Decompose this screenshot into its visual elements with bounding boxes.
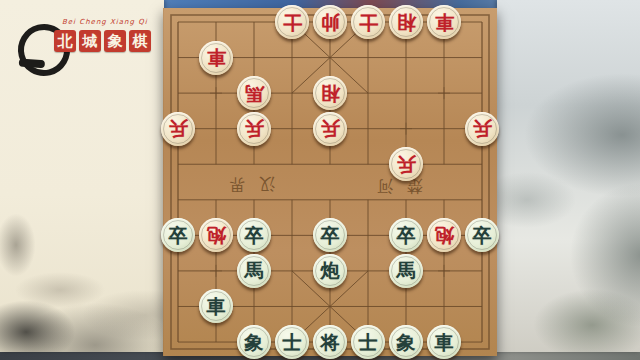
piece-character: 兵 bbox=[169, 119, 188, 138]
piece-character: 卒 bbox=[397, 226, 416, 245]
piece-character: 車 bbox=[435, 333, 454, 352]
piece-red-帅: 帅 bbox=[313, 5, 347, 39]
piece-red-士: 士 bbox=[351, 5, 385, 39]
piece-character: 士 bbox=[283, 13, 302, 32]
piece-character: 馬 bbox=[397, 261, 416, 280]
right-ink-painting-banner bbox=[497, 0, 640, 352]
piece-character: 車 bbox=[207, 297, 226, 316]
piece-character: 士 bbox=[359, 333, 378, 352]
piece-character: 卒 bbox=[473, 226, 492, 245]
piece-character: 象 bbox=[245, 333, 264, 352]
piece-character: 炮 bbox=[321, 261, 340, 280]
piece-black-炮: 炮 bbox=[313, 254, 347, 288]
piece-red-兵: 兵 bbox=[313, 112, 347, 146]
piece-black-馬: 馬 bbox=[237, 254, 271, 288]
piece-character: 象 bbox=[397, 333, 416, 352]
piece-character: 兵 bbox=[245, 119, 264, 138]
piece-black-象: 象 bbox=[389, 325, 423, 359]
channel-name-seals: 北 城 象 棋 bbox=[54, 30, 151, 52]
piece-red-車: 車 bbox=[199, 41, 233, 75]
piece-character: 卒 bbox=[321, 226, 340, 245]
piece-character: 車 bbox=[435, 13, 454, 32]
piece-red-相: 相 bbox=[389, 5, 423, 39]
river-text-left: 汉界 bbox=[215, 173, 275, 194]
piece-character: 卒 bbox=[169, 226, 188, 245]
piece-black-馬: 馬 bbox=[389, 254, 423, 288]
piece-red-兵: 兵 bbox=[237, 112, 271, 146]
piece-black-将: 将 bbox=[313, 325, 347, 359]
piece-character: 相 bbox=[397, 13, 416, 32]
seal-char: 象 bbox=[104, 30, 126, 52]
piece-red-兵: 兵 bbox=[465, 112, 499, 146]
piece-character: 兵 bbox=[473, 119, 492, 138]
piece-character: 士 bbox=[283, 333, 302, 352]
piece-character: 兵 bbox=[397, 155, 416, 174]
piece-red-馬: 馬 bbox=[237, 76, 271, 110]
piece-red-兵: 兵 bbox=[389, 147, 423, 181]
piece-black-士: 士 bbox=[275, 325, 309, 359]
xiangqi-board: 汉界 楚河 士帅士相車車馬相兵兵兵兵兵炮炮卒卒卒卒卒馬炮馬車象士将士象車 bbox=[163, 8, 497, 356]
piece-red-士: 士 bbox=[275, 5, 309, 39]
seal-char: 城 bbox=[79, 30, 101, 52]
piece-black-象: 象 bbox=[237, 325, 271, 359]
seal-char: 棋 bbox=[129, 30, 151, 52]
piece-red-兵: 兵 bbox=[161, 112, 195, 146]
piece-character: 炮 bbox=[207, 226, 226, 245]
piece-red-車: 車 bbox=[427, 5, 461, 39]
piece-character: 馬 bbox=[245, 84, 264, 103]
piece-character: 将 bbox=[321, 333, 340, 352]
piece-black-車: 車 bbox=[427, 325, 461, 359]
video-frame: Bei Cheng Xiang Qi 北 城 象 棋 汉界 楚河 士帅士相車車馬… bbox=[0, 0, 640, 360]
piece-character: 相 bbox=[321, 84, 340, 103]
piece-character: 卒 bbox=[245, 226, 264, 245]
piece-character: 炮 bbox=[435, 226, 454, 245]
seal-char: 北 bbox=[54, 30, 76, 52]
channel-script-text: Bei Cheng Xiang Qi bbox=[62, 18, 152, 26]
piece-black-士: 士 bbox=[351, 325, 385, 359]
piece-character: 馬 bbox=[245, 261, 264, 280]
piece-character: 車 bbox=[207, 48, 226, 67]
piece-character: 士 bbox=[359, 13, 378, 32]
piece-character: 帅 bbox=[321, 13, 340, 32]
piece-character: 兵 bbox=[321, 119, 340, 138]
piece-red-相: 相 bbox=[313, 76, 347, 110]
channel-logo: Bei Cheng Xiang Qi 北 城 象 棋 bbox=[14, 10, 154, 70]
